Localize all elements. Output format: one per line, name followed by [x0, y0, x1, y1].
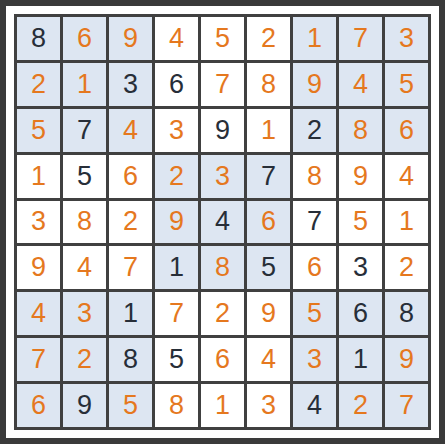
cell-r2c5[interactable]: 7: [201, 63, 244, 106]
cell-r2c6[interactable]: 8: [247, 63, 290, 106]
cell-r3c5[interactable]: 9: [201, 109, 244, 152]
cell-r2c3[interactable]: 3: [109, 63, 152, 106]
cell-r4c7[interactable]: 8: [293, 155, 336, 198]
cell-r8c8[interactable]: 1: [339, 338, 382, 381]
cell-r9c3[interactable]: 5: [109, 384, 152, 427]
cell-r4c3[interactable]: 6: [109, 155, 152, 198]
cell-r1c8[interactable]: 7: [339, 17, 382, 60]
cell-r7c2[interactable]: 3: [63, 292, 106, 335]
cell-r4c1[interactable]: 1: [17, 155, 60, 198]
cell-r9c1[interactable]: 6: [17, 384, 60, 427]
cell-r2c2[interactable]: 1: [63, 63, 106, 106]
cell-r6c8[interactable]: 3: [339, 246, 382, 289]
cell-r9c4[interactable]: 8: [155, 384, 198, 427]
cell-r1c9[interactable]: 3: [385, 17, 428, 60]
cell-r9c7[interactable]: 4: [293, 384, 336, 427]
cell-r4c6[interactable]: 7: [247, 155, 290, 198]
cell-r9c2[interactable]: 9: [63, 384, 106, 427]
cell-r7c8[interactable]: 6: [339, 292, 382, 335]
cell-r5c8[interactable]: 5: [339, 201, 382, 244]
cell-r1c4[interactable]: 4: [155, 17, 198, 60]
cell-r2c1[interactable]: 2: [17, 63, 60, 106]
cell-r2c4[interactable]: 6: [155, 63, 198, 106]
cell-r7c6[interactable]: 9: [247, 292, 290, 335]
cell-r2c8[interactable]: 4: [339, 63, 382, 106]
cell-r5c4[interactable]: 9: [155, 201, 198, 244]
cell-r7c1[interactable]: 4: [17, 292, 60, 335]
cell-r4c4[interactable]: 2: [155, 155, 198, 198]
cell-r7c5[interactable]: 2: [201, 292, 244, 335]
cell-r5c2[interactable]: 8: [63, 201, 106, 244]
cell-r3c8[interactable]: 8: [339, 109, 382, 152]
cell-r1c7[interactable]: 1: [293, 17, 336, 60]
cell-r8c5[interactable]: 6: [201, 338, 244, 381]
cell-r2c9[interactable]: 5: [385, 63, 428, 106]
cell-r8c9[interactable]: 9: [385, 338, 428, 381]
cell-r6c4[interactable]: 1: [155, 246, 198, 289]
cell-r6c9[interactable]: 2: [385, 246, 428, 289]
cell-r5c6[interactable]: 6: [247, 201, 290, 244]
cell-r4c2[interactable]: 5: [63, 155, 106, 198]
cell-r7c4[interactable]: 7: [155, 292, 198, 335]
cell-r5c3[interactable]: 2: [109, 201, 152, 244]
board-frame: 8694521732136789455743912861562378943829…: [0, 0, 445, 444]
cell-r6c1[interactable]: 9: [17, 246, 60, 289]
cell-r4c5[interactable]: 3: [201, 155, 244, 198]
cell-r6c6[interactable]: 5: [247, 246, 290, 289]
cell-r6c2[interactable]: 4: [63, 246, 106, 289]
cell-r6c5[interactable]: 8: [201, 246, 244, 289]
cell-r9c6[interactable]: 3: [247, 384, 290, 427]
cell-r1c3[interactable]: 9: [109, 17, 152, 60]
cell-r6c3[interactable]: 7: [109, 246, 152, 289]
sudoku-board: 8694521732136789455743912861562378943829…: [14, 14, 431, 430]
cell-r7c3[interactable]: 1: [109, 292, 152, 335]
cell-r3c4[interactable]: 3: [155, 109, 198, 152]
cell-r3c3[interactable]: 4: [109, 109, 152, 152]
cell-r3c6[interactable]: 1: [247, 109, 290, 152]
cell-r8c6[interactable]: 4: [247, 338, 290, 381]
cell-r1c1[interactable]: 8: [17, 17, 60, 60]
cell-r7c9[interactable]: 8: [385, 292, 428, 335]
cell-r5c7[interactable]: 7: [293, 201, 336, 244]
cell-r8c1[interactable]: 7: [17, 338, 60, 381]
cell-r6c7[interactable]: 6: [293, 246, 336, 289]
cell-r4c8[interactable]: 9: [339, 155, 382, 198]
cell-r3c2[interactable]: 7: [63, 109, 106, 152]
cell-r5c5[interactable]: 4: [201, 201, 244, 244]
cell-r1c2[interactable]: 6: [63, 17, 106, 60]
cell-r3c1[interactable]: 5: [17, 109, 60, 152]
cell-r8c3[interactable]: 8: [109, 338, 152, 381]
cell-r3c7[interactable]: 2: [293, 109, 336, 152]
cell-r9c8[interactable]: 2: [339, 384, 382, 427]
cell-r2c7[interactable]: 9: [293, 63, 336, 106]
cell-r8c4[interactable]: 5: [155, 338, 198, 381]
cell-r5c9[interactable]: 1: [385, 201, 428, 244]
cell-r9c9[interactable]: 7: [385, 384, 428, 427]
cell-r8c7[interactable]: 3: [293, 338, 336, 381]
cell-r7c7[interactable]: 5: [293, 292, 336, 335]
cell-r1c5[interactable]: 5: [201, 17, 244, 60]
cell-r9c5[interactable]: 1: [201, 384, 244, 427]
cell-r1c6[interactable]: 2: [247, 17, 290, 60]
cell-r8c2[interactable]: 2: [63, 338, 106, 381]
cell-r5c1[interactable]: 3: [17, 201, 60, 244]
cell-r4c9[interactable]: 4: [385, 155, 428, 198]
cell-r3c9[interactable]: 6: [385, 109, 428, 152]
